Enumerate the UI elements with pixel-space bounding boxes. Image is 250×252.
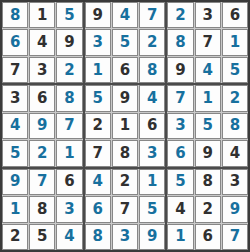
cell-r9c4[interactable]: 8 <box>85 224 111 250</box>
cell-r3c2[interactable]: 3 <box>29 57 55 83</box>
cell-r7c7[interactable]: 5 <box>167 169 193 195</box>
cell-r3c8[interactable]: 4 <box>195 57 221 83</box>
cell-r6c1[interactable]: 5 <box>2 140 28 166</box>
box-2-1: 368497521 <box>2 85 83 166</box>
cell-r8c3[interactable]: 3 <box>56 196 82 222</box>
cell-r4c1[interactable]: 3 <box>2 85 28 111</box>
cell-r3c5[interactable]: 6 <box>112 57 138 83</box>
cell-r9c6[interactable]: 9 <box>139 224 165 250</box>
cell-r6c9[interactable]: 4 <box>222 140 248 166</box>
cell-r9c2[interactable]: 5 <box>29 224 55 250</box>
cell-r7c4[interactable]: 4 <box>85 169 111 195</box>
cell-r5c7[interactable]: 3 <box>167 113 193 139</box>
cell-r7c8[interactable]: 8 <box>195 169 221 195</box>
cell-r2c8[interactable]: 7 <box>195 29 221 55</box>
cell-r4c4[interactable]: 5 <box>85 85 111 111</box>
cell-r5c3[interactable]: 7 <box>56 113 82 139</box>
cell-r6c8[interactable]: 9 <box>195 140 221 166</box>
cell-r1c7[interactable]: 2 <box>167 2 193 28</box>
sudoku-board: 8156497329473521682368719453684975215942… <box>0 0 250 252</box>
cell-r5c6[interactable]: 6 <box>139 113 165 139</box>
cell-r9c7[interactable]: 1 <box>167 224 193 250</box>
cell-r3c9[interactable]: 5 <box>222 57 248 83</box>
cell-r3c3[interactable]: 2 <box>56 57 82 83</box>
cell-r5c2[interactable]: 9 <box>29 113 55 139</box>
box-2-2: 594216783 <box>85 85 166 166</box>
cell-r2c1[interactable]: 6 <box>2 29 28 55</box>
cell-r8c4[interactable]: 6 <box>85 196 111 222</box>
cell-r2c9[interactable]: 1 <box>222 29 248 55</box>
box-3-2: 421675839 <box>85 169 166 250</box>
cell-r8c9[interactable]: 9 <box>222 196 248 222</box>
cell-r6c3[interactable]: 1 <box>56 140 82 166</box>
cell-r2c2[interactable]: 4 <box>29 29 55 55</box>
cell-r6c6[interactable]: 3 <box>139 140 165 166</box>
cell-r8c8[interactable]: 2 <box>195 196 221 222</box>
cell-r2c5[interactable]: 5 <box>112 29 138 55</box>
box-3-1: 976183254 <box>2 169 83 250</box>
cell-r4c5[interactable]: 9 <box>112 85 138 111</box>
cell-r1c8[interactable]: 3 <box>195 2 221 28</box>
cell-r3c7[interactable]: 9 <box>167 57 193 83</box>
cell-r1c1[interactable]: 8 <box>2 2 28 28</box>
cell-r2c6[interactable]: 2 <box>139 29 165 55</box>
cell-r4c8[interactable]: 1 <box>195 85 221 111</box>
cell-r3c4[interactable]: 1 <box>85 57 111 83</box>
cell-r9c1[interactable]: 2 <box>2 224 28 250</box>
cell-r1c4[interactable]: 9 <box>85 2 111 28</box>
cell-r5c8[interactable]: 5 <box>195 113 221 139</box>
cell-r4c3[interactable]: 8 <box>56 85 82 111</box>
cell-r6c2[interactable]: 2 <box>29 140 55 166</box>
cell-r8c1[interactable]: 1 <box>2 196 28 222</box>
cell-r9c3[interactable]: 4 <box>56 224 82 250</box>
cell-r2c7[interactable]: 8 <box>167 29 193 55</box>
cell-r9c8[interactable]: 6 <box>195 224 221 250</box>
cell-r4c2[interactable]: 6 <box>29 85 55 111</box>
cell-r5c9[interactable]: 8 <box>222 113 248 139</box>
cell-r8c7[interactable]: 4 <box>167 196 193 222</box>
cell-r7c2[interactable]: 7 <box>29 169 55 195</box>
cell-r7c3[interactable]: 6 <box>56 169 82 195</box>
cell-r8c6[interactable]: 5 <box>139 196 165 222</box>
cell-r7c9[interactable]: 3 <box>222 169 248 195</box>
cell-r4c7[interactable]: 7 <box>167 85 193 111</box>
cell-r3c1[interactable]: 7 <box>2 57 28 83</box>
cell-r1c9[interactable]: 6 <box>222 2 248 28</box>
cell-r6c7[interactable]: 6 <box>167 140 193 166</box>
cell-r6c4[interactable]: 7 <box>85 140 111 166</box>
cell-r2c4[interactable]: 3 <box>85 29 111 55</box>
box-1-3: 236871945 <box>167 2 248 83</box>
cell-r1c3[interactable]: 5 <box>56 2 82 28</box>
cell-r6c5[interactable]: 8 <box>112 140 138 166</box>
cell-r2c3[interactable]: 9 <box>56 29 82 55</box>
cell-r9c5[interactable]: 3 <box>112 224 138 250</box>
cell-r1c6[interactable]: 7 <box>139 2 165 28</box>
cell-r1c2[interactable]: 1 <box>29 2 55 28</box>
cell-r8c5[interactable]: 7 <box>112 196 138 222</box>
cell-r7c6[interactable]: 1 <box>139 169 165 195</box>
cell-r7c1[interactable]: 9 <box>2 169 28 195</box>
cell-r7c5[interactable]: 2 <box>112 169 138 195</box>
box-1-1: 815649732 <box>2 2 83 83</box>
cell-r4c9[interactable]: 2 <box>222 85 248 111</box>
cell-r1c5[interactable]: 4 <box>112 2 138 28</box>
cell-r8c2[interactable]: 8 <box>29 196 55 222</box>
box-3-3: 583429167 <box>167 169 248 250</box>
cell-r4c6[interactable]: 4 <box>139 85 165 111</box>
cell-r3c6[interactable]: 8 <box>139 57 165 83</box>
box-2-3: 712358694 <box>167 85 248 166</box>
box-1-2: 947352168 <box>85 2 166 83</box>
cell-r5c4[interactable]: 2 <box>85 113 111 139</box>
cell-r9c9[interactable]: 7 <box>222 224 248 250</box>
cell-r5c1[interactable]: 4 <box>2 113 28 139</box>
cell-r5c5[interactable]: 1 <box>112 113 138 139</box>
